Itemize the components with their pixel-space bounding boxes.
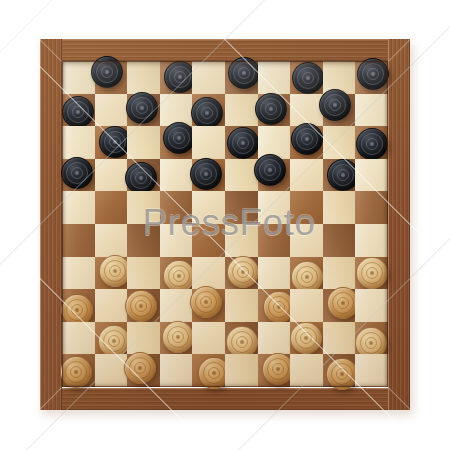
square-40[interactable]: ⛀	[323, 289, 356, 322]
black-man-glyph: ⛂	[62, 158, 92, 188]
light-square	[95, 159, 128, 192]
light-square	[127, 126, 160, 159]
black-man[interactable]: ⛂	[126, 92, 158, 124]
black-man-glyph: ⛂	[358, 59, 388, 89]
white-man[interactable]: ⛀	[326, 358, 358, 390]
square-31[interactable]: ⛀	[95, 257, 128, 290]
white-man-glyph: ⛀	[291, 323, 321, 353]
square-9[interactable]: ⛂	[258, 94, 291, 127]
light-square	[192, 126, 225, 159]
square-44[interactable]: ⛀	[290, 322, 323, 355]
square-26[interactable]	[62, 224, 95, 257]
white-man[interactable]: ⛀	[356, 257, 388, 289]
light-square	[323, 191, 356, 224]
square-15[interactable]: ⛂	[355, 126, 388, 159]
light-square	[192, 322, 225, 355]
square-29[interactable]	[258, 224, 291, 257]
square-8[interactable]: ⛂	[192, 94, 225, 127]
white-man-glyph: ⛀	[163, 322, 193, 352]
black-man-glyph: ⛂	[256, 94, 286, 124]
black-man-glyph: ⛂	[92, 57, 122, 87]
black-man-glyph: ⛂	[164, 123, 194, 153]
black-man[interactable]: ⛂	[91, 56, 123, 88]
photo-canvas: ⛂⛂⛂⛂⛂⛂⛂⛂⛂⛂⛂⛂⛂⛂⛂⛂⛂⛂⛂⛂⛀⛀⛀⛀⛀⛀⛀⛀⛀⛀⛀⛀⛀⛀⛀⛀⛀⛀⛀⛀…	[0, 0, 450, 450]
square-20[interactable]: ⛂	[323, 159, 356, 192]
square-3[interactable]: ⛂	[225, 61, 258, 94]
white-man[interactable]: ⛀	[162, 321, 194, 353]
light-square	[62, 126, 95, 159]
light-square	[95, 94, 128, 127]
black-man-glyph: ⛂	[100, 127, 130, 157]
white-man-glyph: ⛀	[227, 327, 257, 357]
square-33[interactable]: ⛀	[225, 257, 258, 290]
white-man[interactable]: ⛀	[125, 290, 157, 322]
black-man[interactable]: ⛂	[62, 96, 94, 128]
square-23[interactable]	[225, 191, 258, 224]
black-man-glyph: ⛂	[357, 129, 387, 159]
black-man-glyph: ⛂	[320, 90, 350, 120]
board-frame: ⛂⛂⛂⛂⛂⛂⛂⛂⛂⛂⛂⛂⛂⛂⛂⛂⛂⛂⛂⛂⛀⛀⛀⛀⛀⛀⛀⛀⛀⛀⛀⛀⛀⛀⛀⛀⛀⛀⛀⛀	[40, 39, 410, 410]
light-square	[225, 289, 258, 322]
light-square	[160, 354, 193, 387]
light-square	[225, 159, 258, 192]
square-36[interactable]: ⛀	[62, 289, 95, 322]
light-square	[160, 289, 193, 322]
black-man[interactable]: ⛂	[291, 123, 323, 155]
black-man[interactable]: ⛂	[125, 162, 157, 194]
black-man-glyph: ⛂	[192, 98, 222, 128]
square-4[interactable]: ⛂	[290, 61, 323, 94]
black-man[interactable]: ⛂	[164, 61, 196, 93]
square-6[interactable]: ⛂	[62, 94, 95, 127]
square-30[interactable]	[323, 224, 356, 257]
light-square	[355, 289, 388, 322]
square-14[interactable]: ⛂	[290, 126, 323, 159]
light-square	[323, 126, 356, 159]
square-5[interactable]: ⛂	[355, 61, 388, 94]
light-square	[258, 191, 291, 224]
light-square	[192, 191, 225, 224]
square-1[interactable]: ⛂	[95, 61, 128, 94]
white-man-glyph: ⛀	[292, 262, 322, 292]
light-square	[95, 354, 128, 387]
square-18[interactable]: ⛂	[192, 159, 225, 192]
square-2[interactable]: ⛂	[160, 61, 193, 94]
black-man-glyph: ⛂	[228, 128, 258, 158]
white-man-glyph: ⛀	[263, 354, 293, 384]
light-square	[192, 61, 225, 94]
square-16[interactable]: ⛂	[62, 159, 95, 192]
light-square	[355, 94, 388, 127]
black-man[interactable]: ⛂	[228, 57, 260, 89]
black-man-glyph: ⛂	[127, 93, 157, 123]
square-27[interactable]	[127, 224, 160, 257]
square-47[interactable]: ⛀	[127, 354, 160, 387]
light-square	[290, 159, 323, 192]
white-man[interactable]: ⛀	[226, 326, 258, 358]
black-man-glyph: ⛂	[328, 160, 358, 190]
light-square	[160, 94, 193, 127]
black-man[interactable]: ⛂	[254, 154, 286, 186]
square-22[interactable]	[160, 191, 193, 224]
light-square	[323, 257, 356, 290]
black-man-glyph: ⛂	[293, 63, 323, 93]
white-man-glyph: ⛀	[100, 256, 130, 286]
black-man-glyph: ⛂	[191, 159, 221, 189]
light-square	[62, 257, 95, 290]
black-man-glyph: ⛂	[292, 124, 322, 154]
light-square	[355, 354, 388, 387]
light-square	[290, 354, 323, 387]
square-48[interactable]: ⛀	[192, 354, 225, 387]
white-man[interactable]: ⛀	[327, 287, 359, 319]
light-square	[62, 322, 95, 355]
light-square	[95, 224, 128, 257]
square-49[interactable]: ⛀	[258, 354, 291, 387]
black-man-glyph: ⛂	[63, 97, 93, 127]
white-man-glyph: ⛀	[126, 291, 156, 321]
black-man[interactable]: ⛂	[190, 158, 222, 190]
white-man-glyph: ⛀	[328, 288, 358, 318]
square-13[interactable]: ⛂	[225, 126, 258, 159]
black-man[interactable]: ⛂	[61, 157, 93, 189]
light-square	[355, 224, 388, 257]
square-28[interactable]	[192, 224, 225, 257]
white-man[interactable]: ⛀	[124, 352, 156, 384]
black-man[interactable]: ⛂	[163, 122, 195, 154]
white-man-glyph: ⛀	[357, 258, 387, 288]
light-square	[225, 354, 258, 387]
square-45[interactable]: ⛀	[355, 322, 388, 355]
white-man-glyph: ⛀	[99, 326, 129, 356]
square-21[interactable]	[95, 191, 128, 224]
light-square	[258, 257, 291, 290]
light-square	[225, 224, 258, 257]
board: ⛂⛂⛂⛂⛂⛂⛂⛂⛂⛂⛂⛂⛂⛂⛂⛂⛂⛂⛂⛂⛀⛀⛀⛀⛀⛀⛀⛀⛀⛀⛀⛀⛀⛀⛀⛀⛀⛀⛀⛀	[62, 61, 388, 387]
light-square	[258, 322, 291, 355]
square-24[interactable]	[290, 191, 323, 224]
square-38[interactable]: ⛀	[192, 289, 225, 322]
white-man-glyph: ⛀	[191, 287, 221, 317]
light-square	[127, 322, 160, 355]
white-man[interactable]: ⛀	[99, 255, 131, 287]
square-50[interactable]: ⛀	[323, 354, 356, 387]
square-34[interactable]: ⛀	[290, 257, 323, 290]
white-man-glyph: ⛀	[228, 257, 258, 287]
black-man[interactable]: ⛂	[99, 126, 131, 158]
frame-right-edge	[388, 39, 410, 410]
square-43[interactable]: ⛀	[225, 322, 258, 355]
square-10[interactable]: ⛂	[323, 94, 356, 127]
light-square	[192, 257, 225, 290]
black-man-glyph: ⛂	[229, 58, 259, 88]
square-25[interactable]	[355, 191, 388, 224]
square-12[interactable]: ⛂	[160, 126, 193, 159]
white-man-glyph: ⛀	[327, 359, 357, 389]
white-man[interactable]: ⛀	[190, 286, 222, 318]
square-19[interactable]: ⛂	[258, 159, 291, 192]
light-square	[95, 289, 128, 322]
light-square	[258, 61, 291, 94]
light-square	[290, 94, 323, 127]
white-man[interactable]: ⛀	[227, 256, 259, 288]
square-39[interactable]: ⛀	[258, 289, 291, 322]
square-46[interactable]: ⛀	[62, 354, 95, 387]
square-37[interactable]: ⛀	[127, 289, 160, 322]
white-man[interactable]: ⛀	[60, 356, 92, 388]
white-man[interactable]: ⛀	[291, 261, 323, 293]
light-square	[127, 257, 160, 290]
white-man[interactable]: ⛀	[262, 353, 294, 385]
light-square	[62, 191, 95, 224]
black-man[interactable]: ⛂	[319, 89, 351, 121]
square-35[interactable]: ⛀	[355, 257, 388, 290]
light-square	[160, 159, 193, 192]
black-man[interactable]: ⛂	[357, 58, 389, 90]
white-man-glyph: ⛀	[61, 357, 91, 387]
light-square	[323, 322, 356, 355]
light-square	[290, 289, 323, 322]
white-man-glyph: ⛀	[164, 261, 194, 291]
black-man[interactable]: ⛂	[356, 128, 388, 160]
light-square	[290, 224, 323, 257]
white-man[interactable]: ⛀	[290, 322, 322, 354]
black-man[interactable]: ⛂	[327, 159, 359, 191]
black-man-glyph: ⛂	[165, 62, 195, 92]
square-41[interactable]: ⛀	[95, 322, 128, 355]
light-square	[127, 61, 160, 94]
frame-bottom-edge	[62, 388, 388, 410]
light-square	[160, 224, 193, 257]
square-17[interactable]: ⛂	[127, 159, 160, 192]
light-square	[355, 159, 388, 192]
square-7[interactable]: ⛂	[127, 94, 160, 127]
light-square	[127, 191, 160, 224]
square-32[interactable]: ⛀	[160, 257, 193, 290]
black-man[interactable]: ⛂	[191, 97, 223, 129]
light-square	[62, 61, 95, 94]
black-man-glyph: ⛂	[255, 155, 285, 185]
frame-left-edge	[40, 39, 62, 410]
square-42[interactable]: ⛀	[160, 322, 193, 355]
black-man-glyph: ⛂	[126, 163, 156, 193]
square-11[interactable]: ⛂	[95, 126, 128, 159]
light-square	[225, 94, 258, 127]
black-man[interactable]: ⛂	[255, 93, 287, 125]
white-man-glyph: ⛀	[125, 353, 155, 383]
